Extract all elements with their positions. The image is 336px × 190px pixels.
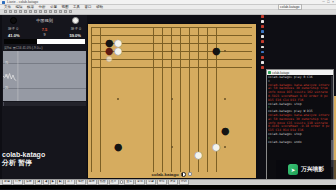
save-icon[interactable]	[14, 10, 17, 13]
engine-status-strip: colab-katago	[88, 171, 256, 177]
console-line-11: colab-katago> undo	[268, 141, 330, 145]
star-point	[117, 98, 119, 100]
board-intersections[interactable]: ●●●●●●●●●●	[87, 23, 257, 174]
white-winrate: 59.0%	[69, 33, 81, 38]
heatmap-icon[interactable]	[59, 10, 62, 13]
ghost-stone-C15: ●	[105, 55, 114, 63]
close-icon[interactable]: ×	[332, 0, 334, 5]
last-move-icon[interactable]	[44, 10, 47, 13]
yin-yang-icon	[181, 172, 186, 177]
open-file-icon[interactable]	[9, 10, 12, 13]
desktop-icon-strip	[261, 15, 264, 69]
desktop-icon-1[interactable]	[261, 20, 264, 23]
menu-item-3[interactable]: 分析	[39, 5, 46, 10]
minimize-icon[interactable]: ─	[322, 0, 325, 5]
engine-name: colab-katago	[152, 172, 179, 177]
pass-icon[interactable]	[49, 10, 52, 13]
watermark: ➤ 万兴喵影	[276, 160, 336, 179]
black-stone-P16: ●	[212, 47, 221, 55]
console-title: colab-katago	[272, 71, 289, 75]
white-stone-D16: ●	[114, 47, 123, 55]
desktop-icon-4[interactable]	[261, 35, 264, 38]
new-file-icon[interactable]	[4, 10, 7, 13]
winrate-bar-black-segment	[4, 39, 37, 44]
desktop-icon-6[interactable]	[261, 46, 264, 49]
engine-status-overlay: colab-katago 分析 暂停	[2, 151, 45, 168]
desktop-icon-2[interactable]	[261, 25, 264, 28]
menu-item-8[interactable]: 帮助	[96, 5, 103, 10]
winrate-graph[interactable]: 755025	[3, 51, 86, 101]
winrate-bar	[4, 39, 85, 44]
graph-icon[interactable]	[64, 10, 67, 13]
engine-chip-icon[interactable]	[188, 172, 192, 176]
filmora-logo-icon: ➤	[288, 164, 299, 175]
desktop-icon-10[interactable]	[261, 66, 264, 69]
menu-item-5[interactable]: 视图	[62, 5, 69, 10]
menu-item-6[interactable]: 工具	[73, 5, 80, 10]
overlay-analysis-state: 分析 暂停	[2, 159, 45, 168]
next-move-icon[interactable]	[39, 10, 42, 13]
star-point	[171, 146, 173, 148]
menu-item-0[interactable]: 文件	[4, 5, 11, 10]
move-axis[interactable]	[3, 102, 86, 107]
star-point	[224, 50, 226, 52]
black-winrate: 41.0%	[8, 33, 20, 38]
analysis-status-line: 第9手 黑C16 41.0% (-9.0目)	[4, 46, 85, 50]
console-line-3: info move D15 visits 162 winrate 0.5923 …	[268, 91, 330, 102]
black-stone-Q6: ●	[221, 127, 230, 135]
hint-icon[interactable]	[54, 10, 57, 13]
menu-item-7[interactable]: 窗口	[85, 5, 92, 10]
prev-move-icon[interactable]	[34, 10, 37, 13]
rules-label: 中国规则	[36, 18, 53, 23]
black-stone-D4: ●	[114, 143, 123, 151]
letterbox-strip	[0, 185, 336, 190]
captures-komi-row: 提子 0 7.5 提子 0	[2, 27, 87, 32]
white-stone-P4: ●	[212, 143, 221, 151]
menu-item-2[interactable]: 棋谱	[27, 5, 34, 10]
window-controls: ─□×	[322, 0, 336, 5]
star-point	[224, 146, 226, 148]
winrate-row: 41.0% 9 59.0%	[2, 33, 87, 38]
overlay-engine-name: colab-katago	[2, 151, 45, 160]
console-app-icon	[268, 71, 271, 74]
copy-icon[interactable]	[19, 10, 22, 13]
white-player-icon	[72, 17, 79, 24]
desktop-icon-8[interactable]	[261, 56, 264, 59]
players-row: 中国规则	[2, 17, 87, 24]
maximize-icon[interactable]: □	[327, 0, 329, 5]
settings-icon[interactable]	[69, 10, 72, 13]
star-point	[171, 98, 173, 100]
menu-item-4[interactable]: 引擎	[50, 5, 57, 10]
main-toolbar	[0, 10, 336, 15]
winrate-curve	[3, 51, 86, 101]
desktop-icon-7[interactable]	[261, 51, 264, 54]
black-captures: 提子 0	[8, 27, 18, 31]
white-captures: 提子 0	[71, 27, 81, 31]
desktop-icon-5[interactable]	[261, 40, 264, 43]
desktop-icon-3[interactable]	[261, 30, 264, 33]
menu-item-1[interactable]: 编辑	[16, 5, 23, 10]
star-point	[171, 50, 173, 52]
watermark-text: 万兴喵影	[301, 165, 324, 174]
move-number: 9	[43, 33, 45, 37]
star-point	[224, 98, 226, 100]
go-board[interactable]: ●●●●●●●●●● colab-katago	[88, 24, 256, 178]
desktop-icon-0[interactable]	[261, 15, 264, 18]
app-icon	[2, 1, 5, 4]
komi-value: 7.5	[42, 27, 47, 32]
paste-icon[interactable]	[24, 10, 27, 13]
black-player-icon	[10, 17, 17, 24]
desktop-icon-9[interactable]	[261, 61, 264, 64]
white-stone-N3: ●	[194, 151, 203, 159]
first-move-icon[interactable]	[29, 10, 32, 13]
